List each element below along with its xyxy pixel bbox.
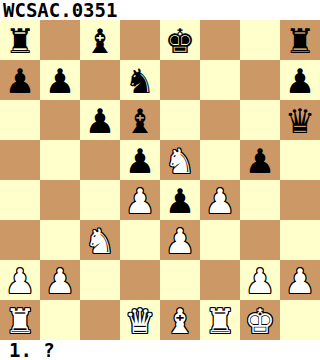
square-c6[interactable]: ♟ bbox=[80, 100, 120, 140]
square-g7[interactable] bbox=[240, 60, 280, 100]
black-pawn: ♟ bbox=[45, 61, 75, 100]
square-f4[interactable]: ♟ bbox=[200, 180, 240, 220]
square-e8[interactable]: ♚ bbox=[160, 20, 200, 60]
black-pawn: ♟ bbox=[85, 101, 115, 140]
square-e6[interactable] bbox=[160, 100, 200, 140]
square-c8[interactable]: ♝ bbox=[80, 20, 120, 60]
chess-board: ♜♝♚♜♟♟♞♟♟♝♛♟♞♟♟♟♟♞♟♟♟♟♟♜♛♝♜♚ bbox=[0, 20, 320, 340]
black-pawn: ♟ bbox=[165, 181, 195, 220]
black-rook: ♜ bbox=[285, 21, 315, 60]
square-h7[interactable]: ♟ bbox=[280, 60, 320, 100]
white-pawn: ♟ bbox=[45, 261, 75, 300]
square-f2[interactable] bbox=[200, 260, 240, 300]
square-e2[interactable] bbox=[160, 260, 200, 300]
square-a5[interactable] bbox=[0, 140, 40, 180]
square-d4[interactable]: ♟ bbox=[120, 180, 160, 220]
square-c3[interactable]: ♞ bbox=[80, 220, 120, 260]
square-f8[interactable] bbox=[200, 20, 240, 60]
square-c1[interactable] bbox=[80, 300, 120, 340]
white-bishop: ♝ bbox=[165, 301, 195, 340]
square-d6[interactable]: ♝ bbox=[120, 100, 160, 140]
square-h5[interactable] bbox=[280, 140, 320, 180]
square-a2[interactable]: ♟ bbox=[0, 260, 40, 300]
square-g2[interactable]: ♟ bbox=[240, 260, 280, 300]
white-pawn: ♟ bbox=[125, 181, 155, 220]
white-queen: ♛ bbox=[125, 301, 155, 340]
square-f6[interactable] bbox=[200, 100, 240, 140]
square-c5[interactable] bbox=[80, 140, 120, 180]
white-rook: ♜ bbox=[5, 301, 35, 340]
square-d8[interactable] bbox=[120, 20, 160, 60]
black-pawn: ♟ bbox=[5, 61, 35, 100]
white-pawn: ♟ bbox=[205, 181, 235, 220]
square-b5[interactable] bbox=[40, 140, 80, 180]
square-d1[interactable]: ♛ bbox=[120, 300, 160, 340]
square-d5[interactable]: ♟ bbox=[120, 140, 160, 180]
white-pawn: ♟ bbox=[285, 261, 315, 300]
square-b1[interactable] bbox=[40, 300, 80, 340]
black-pawn: ♟ bbox=[285, 61, 315, 100]
black-rook: ♜ bbox=[5, 21, 35, 60]
square-f1[interactable]: ♜ bbox=[200, 300, 240, 340]
square-a1[interactable]: ♜ bbox=[0, 300, 40, 340]
white-king: ♚ bbox=[245, 301, 275, 340]
square-e1[interactable]: ♝ bbox=[160, 300, 200, 340]
square-h3[interactable] bbox=[280, 220, 320, 260]
black-bishop: ♝ bbox=[85, 21, 115, 60]
black-pawn: ♟ bbox=[245, 141, 275, 180]
square-b6[interactable] bbox=[40, 100, 80, 140]
square-c4[interactable] bbox=[80, 180, 120, 220]
square-g4[interactable] bbox=[240, 180, 280, 220]
square-a8[interactable]: ♜ bbox=[0, 20, 40, 60]
square-c7[interactable] bbox=[80, 60, 120, 100]
square-h4[interactable] bbox=[280, 180, 320, 220]
square-a6[interactable] bbox=[0, 100, 40, 140]
square-g3[interactable] bbox=[240, 220, 280, 260]
square-a7[interactable]: ♟ bbox=[0, 60, 40, 100]
white-knight: ♞ bbox=[165, 141, 195, 180]
chess-puzzle-app: WCSAC.0351 ♜♝♚♜♟♟♞♟♟♝♛♟♞♟♟♟♟♞♟♟♟♟♟♜♛♝♜♚ … bbox=[0, 0, 320, 360]
square-b8[interactable] bbox=[40, 20, 80, 60]
move-prompt: 1. ? bbox=[0, 340, 320, 360]
square-g1[interactable]: ♚ bbox=[240, 300, 280, 340]
black-pawn: ♟ bbox=[125, 141, 155, 180]
square-d3[interactable] bbox=[120, 220, 160, 260]
square-a3[interactable] bbox=[0, 220, 40, 260]
white-pawn: ♟ bbox=[165, 221, 195, 260]
square-f7[interactable] bbox=[200, 60, 240, 100]
square-b7[interactable]: ♟ bbox=[40, 60, 80, 100]
white-pawn: ♟ bbox=[5, 261, 35, 300]
square-g5[interactable]: ♟ bbox=[240, 140, 280, 180]
square-d2[interactable] bbox=[120, 260, 160, 300]
square-e7[interactable] bbox=[160, 60, 200, 100]
square-e3[interactable]: ♟ bbox=[160, 220, 200, 260]
black-bishop: ♝ bbox=[125, 101, 155, 140]
square-b2[interactable]: ♟ bbox=[40, 260, 80, 300]
square-h6[interactable]: ♛ bbox=[280, 100, 320, 140]
square-a4[interactable] bbox=[0, 180, 40, 220]
puzzle-title: WCSAC.0351 bbox=[0, 0, 320, 20]
square-h1[interactable] bbox=[280, 300, 320, 340]
square-b4[interactable] bbox=[40, 180, 80, 220]
white-knight: ♞ bbox=[85, 221, 115, 260]
black-queen: ♛ bbox=[285, 101, 315, 140]
square-e5[interactable]: ♞ bbox=[160, 140, 200, 180]
square-b3[interactable] bbox=[40, 220, 80, 260]
square-f5[interactable] bbox=[200, 140, 240, 180]
square-h2[interactable]: ♟ bbox=[280, 260, 320, 300]
black-king: ♚ bbox=[165, 21, 195, 60]
square-g6[interactable] bbox=[240, 100, 280, 140]
square-e4[interactable]: ♟ bbox=[160, 180, 200, 220]
white-pawn: ♟ bbox=[245, 261, 275, 300]
black-knight: ♞ bbox=[125, 61, 155, 100]
square-g8[interactable] bbox=[240, 20, 280, 60]
square-d7[interactable]: ♞ bbox=[120, 60, 160, 100]
square-c2[interactable] bbox=[80, 260, 120, 300]
white-rook: ♜ bbox=[205, 301, 235, 340]
square-h8[interactable]: ♜ bbox=[280, 20, 320, 60]
square-f3[interactable] bbox=[200, 220, 240, 260]
